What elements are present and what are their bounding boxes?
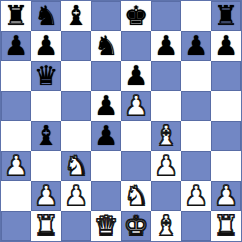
square-h1[interactable]: ♜ — [211, 211, 241, 241]
black-rook[interactable]: ♜ — [4, 2, 28, 29]
square-d7[interactable]: ♞ — [91, 31, 121, 61]
black-pawn[interactable]: ♟ — [4, 32, 28, 59]
square-f5[interactable] — [151, 91, 181, 121]
square-h3[interactable] — [211, 151, 241, 181]
square-f6[interactable] — [151, 61, 181, 91]
square-d6[interactable] — [91, 61, 121, 91]
square-a3[interactable]: ♟ — [1, 151, 31, 181]
black-pawn[interactable]: ♟ — [94, 92, 118, 119]
black-pawn[interactable]: ♟ — [124, 62, 148, 89]
square-h4[interactable] — [211, 121, 241, 151]
black-knight[interactable]: ♞ — [34, 2, 58, 29]
black-king[interactable]: ♚ — [124, 2, 148, 29]
square-a6[interactable] — [1, 61, 31, 91]
square-f2[interactable] — [151, 181, 181, 211]
square-c3[interactable]: ♞ — [61, 151, 91, 181]
white-rook[interactable]: ♜ — [34, 212, 58, 239]
square-a1[interactable] — [1, 211, 31, 241]
white-pawn[interactable]: ♟ — [154, 152, 178, 179]
square-c7[interactable] — [61, 31, 91, 61]
square-g7[interactable]: ♟ — [181, 31, 211, 61]
square-f4[interactable]: ♝ — [151, 121, 181, 151]
square-c5[interactable] — [61, 91, 91, 121]
square-c8[interactable]: ♝ — [61, 1, 91, 31]
square-f1[interactable]: ♝ — [151, 211, 181, 241]
square-b3[interactable] — [31, 151, 61, 181]
square-g3[interactable] — [181, 151, 211, 181]
square-d2[interactable] — [91, 181, 121, 211]
white-bishop[interactable]: ♝ — [154, 122, 178, 149]
black-pawn[interactable]: ♟ — [34, 32, 58, 59]
black-pawn[interactable]: ♟ — [184, 32, 208, 59]
square-d5[interactable]: ♟ — [91, 91, 121, 121]
square-a5[interactable] — [1, 91, 31, 121]
square-f8[interactable] — [151, 1, 181, 31]
white-pawn[interactable]: ♟ — [64, 182, 88, 209]
square-b6[interactable]: ♛ — [31, 61, 61, 91]
square-h8[interactable]: ♜ — [211, 1, 241, 31]
square-d3[interactable] — [91, 151, 121, 181]
black-knight[interactable]: ♞ — [94, 32, 118, 59]
square-b5[interactable] — [31, 91, 61, 121]
square-e5[interactable]: ♟ — [121, 91, 151, 121]
white-king[interactable]: ♚ — [124, 212, 148, 239]
square-f3[interactable]: ♟ — [151, 151, 181, 181]
square-d1[interactable]: ♛ — [91, 211, 121, 241]
white-pawn[interactable]: ♟ — [124, 92, 148, 119]
white-pawn[interactable]: ♟ — [34, 182, 58, 209]
square-e6[interactable]: ♟ — [121, 61, 151, 91]
square-g4[interactable] — [181, 121, 211, 151]
square-e8[interactable]: ♚ — [121, 1, 151, 31]
square-h2[interactable]: ♟ — [211, 181, 241, 211]
black-bishop[interactable]: ♝ — [64, 2, 88, 29]
white-rook[interactable]: ♜ — [214, 212, 238, 239]
white-bishop[interactable]: ♝ — [154, 212, 178, 239]
black-bishop[interactable]: ♝ — [34, 122, 58, 149]
white-knight[interactable]: ♞ — [64, 152, 88, 179]
square-b2[interactable]: ♟ — [31, 181, 61, 211]
square-e4[interactable] — [121, 121, 151, 151]
square-e1[interactable]: ♚ — [121, 211, 151, 241]
white-pawn[interactable]: ♟ — [214, 182, 238, 209]
square-a8[interactable]: ♜ — [1, 1, 31, 31]
black-queen[interactable]: ♛ — [34, 62, 58, 89]
square-g2[interactable]: ♟ — [181, 181, 211, 211]
black-pawn[interactable]: ♟ — [154, 32, 178, 59]
square-c4[interactable] — [61, 121, 91, 151]
square-d8[interactable] — [91, 1, 121, 31]
square-g5[interactable] — [181, 91, 211, 121]
white-pawn[interactable]: ♟ — [4, 152, 28, 179]
square-c2[interactable]: ♟ — [61, 181, 91, 211]
chess-board: ♜♞♝♚♜♟♟♞♟♟♟♛♟♟♟♝♟♝♟♞♟♟♟♞♟♟♜♛♚♝♜ — [0, 0, 242, 242]
square-b7[interactable]: ♟ — [31, 31, 61, 61]
square-d4[interactable]: ♟ — [91, 121, 121, 151]
white-pawn[interactable]: ♟ — [184, 182, 208, 209]
square-e2[interactable]: ♞ — [121, 181, 151, 211]
square-a2[interactable] — [1, 181, 31, 211]
square-e3[interactable] — [121, 151, 151, 181]
square-b8[interactable]: ♞ — [31, 1, 61, 31]
square-f7[interactable]: ♟ — [151, 31, 181, 61]
black-pawn[interactable]: ♟ — [214, 32, 238, 59]
square-a4[interactable] — [1, 121, 31, 151]
white-queen[interactable]: ♛ — [94, 212, 118, 239]
square-a7[interactable]: ♟ — [1, 31, 31, 61]
black-rook[interactable]: ♜ — [214, 2, 238, 29]
square-e7[interactable] — [121, 31, 151, 61]
square-h5[interactable] — [211, 91, 241, 121]
square-c6[interactable] — [61, 61, 91, 91]
square-h7[interactable]: ♟ — [211, 31, 241, 61]
square-b4[interactable]: ♝ — [31, 121, 61, 151]
square-c1[interactable] — [61, 211, 91, 241]
square-h6[interactable] — [211, 61, 241, 91]
square-g8[interactable] — [181, 1, 211, 31]
square-b1[interactable]: ♜ — [31, 211, 61, 241]
square-g6[interactable] — [181, 61, 211, 91]
square-g1[interactable] — [181, 211, 211, 241]
white-knight[interactable]: ♞ — [124, 182, 148, 209]
black-pawn[interactable]: ♟ — [94, 122, 118, 149]
